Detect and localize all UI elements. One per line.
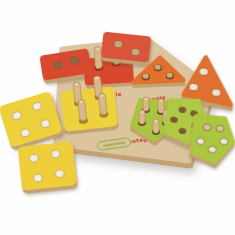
peg-in-hole (154, 65, 162, 72)
peg (94, 46, 103, 68)
peg-in-hole (166, 73, 174, 80)
peg-in-hole (142, 74, 150, 81)
tile-hole (199, 68, 208, 76)
loose-square-tile-bottom-left (18, 141, 78, 194)
loose-rectangle-tile-top-center (101, 32, 152, 66)
product-photo-shape-sorter: rectangle triangle square pentagon maste… (0, 0, 235, 235)
toy-scene: rectangle triangle square pentagon maste… (0, 0, 235, 235)
peg (153, 119, 159, 133)
loose-pentagon-tile-bottom-right (188, 113, 235, 168)
peg (143, 97, 149, 111)
tile-hole (212, 89, 221, 97)
tile-hole (189, 83, 198, 91)
peg (139, 110, 145, 124)
peg (158, 99, 164, 113)
